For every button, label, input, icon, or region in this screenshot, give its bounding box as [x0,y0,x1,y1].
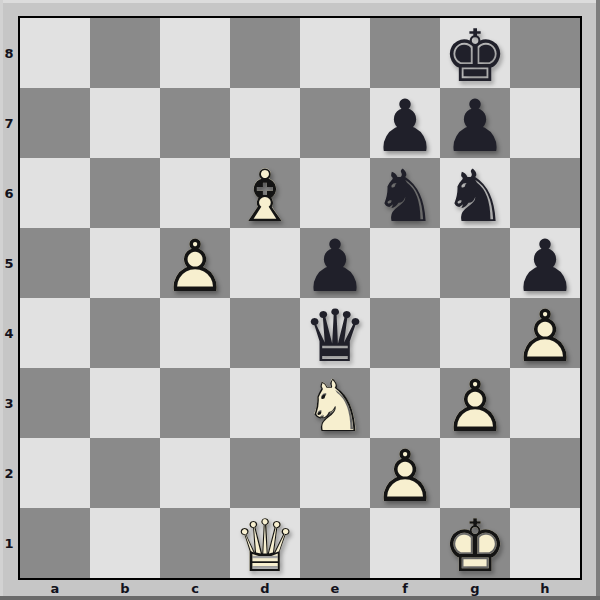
square-g2[interactable] [440,438,510,508]
white-queen-outline: ♕ [230,511,300,581]
black-pawn-glyph: ♟ [510,231,580,301]
black-pawn[interactable]: ♟ [510,231,580,301]
square-a1[interactable] [20,508,90,578]
square-h3[interactable] [510,368,580,438]
square-c1[interactable] [160,508,230,578]
square-a8[interactable] [20,18,90,88]
square-d5[interactable] [230,228,300,298]
square-b7[interactable] [90,88,160,158]
white-knight[interactable]: ♞♘ [300,371,370,441]
square-g8[interactable]: ♚ [440,18,510,88]
square-f2[interactable]: ♟♙ [370,438,440,508]
square-f8[interactable] [370,18,440,88]
rank-label-4: 4 [0,298,18,368]
square-g5[interactable] [440,228,510,298]
rank-label-2: 2 [0,438,18,508]
square-d7[interactable] [230,88,300,158]
square-e3[interactable]: ♞♘ [300,368,370,438]
file-label-e: e [300,580,370,597]
square-c7[interactable] [160,88,230,158]
black-king[interactable]: ♚ [440,21,510,91]
square-h6[interactable] [510,158,580,228]
square-b1[interactable] [90,508,160,578]
chess-board-diagram: 87654321 ♚♟♟♝♗♞♞♟♙♟♟♛♟♙♞♘♟♙♟♙♛♕♚♔ abcdef… [0,0,600,600]
square-b8[interactable] [90,18,160,88]
black-pawn-glyph: ♟ [370,91,440,161]
file-label-b: b [90,580,160,597]
square-e6[interactable] [300,158,370,228]
square-d1[interactable]: ♛♕ [230,508,300,578]
square-g6[interactable]: ♞ [440,158,510,228]
square-f4[interactable] [370,298,440,368]
square-h1[interactable] [510,508,580,578]
rank-label-1: 1 [0,508,18,578]
black-knight-glyph: ♞ [370,161,440,231]
square-f1[interactable] [370,508,440,578]
square-c8[interactable] [160,18,230,88]
square-a6[interactable] [20,158,90,228]
black-queen[interactable]: ♛ [300,301,370,371]
square-c3[interactable] [160,368,230,438]
square-a5[interactable] [20,228,90,298]
white-pawn-outline: ♙ [510,301,580,371]
square-g4[interactable] [440,298,510,368]
square-b6[interactable] [90,158,160,228]
white-pawn[interactable]: ♟♙ [370,441,440,511]
square-g1[interactable]: ♚♔ [440,508,510,578]
square-a7[interactable] [20,88,90,158]
square-f3[interactable] [370,368,440,438]
white-bishop-outline: ♗ [230,161,300,231]
black-knight[interactable]: ♞ [370,161,440,231]
square-h4[interactable]: ♟♙ [510,298,580,368]
rank-label-8: 8 [0,18,18,88]
square-e4[interactable]: ♛ [300,298,370,368]
square-d2[interactable] [230,438,300,508]
frame-bevel-right [596,0,600,600]
white-bishop[interactable]: ♝♗ [230,161,300,231]
rank-label-3: 3 [0,368,18,438]
file-labels: abcdefgh [20,580,580,597]
rank-label-7: 7 [0,88,18,158]
white-pawn-outline: ♙ [160,231,230,301]
white-king[interactable]: ♚♔ [440,511,510,581]
square-e2[interactable] [300,438,370,508]
file-label-f: f [370,580,440,597]
white-pawn[interactable]: ♟♙ [510,301,580,371]
square-c2[interactable] [160,438,230,508]
black-king-glyph: ♚ [440,21,510,91]
white-queen[interactable]: ♛♕ [230,511,300,581]
square-a2[interactable] [20,438,90,508]
black-knight[interactable]: ♞ [440,161,510,231]
black-pawn[interactable]: ♟ [440,91,510,161]
square-h2[interactable] [510,438,580,508]
white-king-outline: ♔ [440,511,510,581]
black-knight-glyph: ♞ [440,161,510,231]
square-c5[interactable]: ♟♙ [160,228,230,298]
square-a4[interactable] [20,298,90,368]
square-h7[interactable] [510,88,580,158]
square-f6[interactable]: ♞ [370,158,440,228]
rank-labels: 87654321 [0,18,18,578]
square-g3[interactable]: ♟♙ [440,368,510,438]
black-pawn-glyph: ♟ [440,91,510,161]
rank-label-5: 5 [0,228,18,298]
file-label-h: h [510,580,580,597]
rank-label-6: 6 [0,158,18,228]
square-e5[interactable]: ♟ [300,228,370,298]
white-pawn-outline: ♙ [370,441,440,511]
square-e8[interactable] [300,18,370,88]
square-d3[interactable] [230,368,300,438]
square-d8[interactable] [230,18,300,88]
white-pawn[interactable]: ♟♙ [160,231,230,301]
square-c6[interactable] [160,158,230,228]
file-label-g: g [440,580,510,597]
file-label-d: d [230,580,300,597]
black-pawn-glyph: ♟ [300,231,370,301]
square-e1[interactable] [300,508,370,578]
square-b4[interactable] [90,298,160,368]
square-d6[interactable]: ♝♗ [230,158,300,228]
square-e7[interactable] [300,88,370,158]
file-label-a: a [20,580,90,597]
square-h8[interactable] [510,18,580,88]
chess-board: ♚♟♟♝♗♞♞♟♙♟♟♛♟♙♞♘♟♙♟♙♛♕♚♔ [18,16,582,580]
frame-bevel-top [0,0,600,3]
square-g7[interactable]: ♟ [440,88,510,158]
square-b5[interactable] [90,228,160,298]
square-f7[interactable]: ♟ [370,88,440,158]
black-queen-glyph: ♛ [300,301,370,371]
square-b3[interactable] [90,368,160,438]
white-pawn-outline: ♙ [440,371,510,441]
file-label-c: c [160,580,230,597]
square-c4[interactable] [160,298,230,368]
square-d4[interactable] [230,298,300,368]
white-pawn[interactable]: ♟♙ [440,371,510,441]
square-h5[interactable]: ♟ [510,228,580,298]
square-b2[interactable] [90,438,160,508]
square-f5[interactable] [370,228,440,298]
black-pawn[interactable]: ♟ [370,91,440,161]
square-a3[interactable] [20,368,90,438]
black-pawn[interactable]: ♟ [300,231,370,301]
white-knight-outline: ♘ [300,371,370,441]
